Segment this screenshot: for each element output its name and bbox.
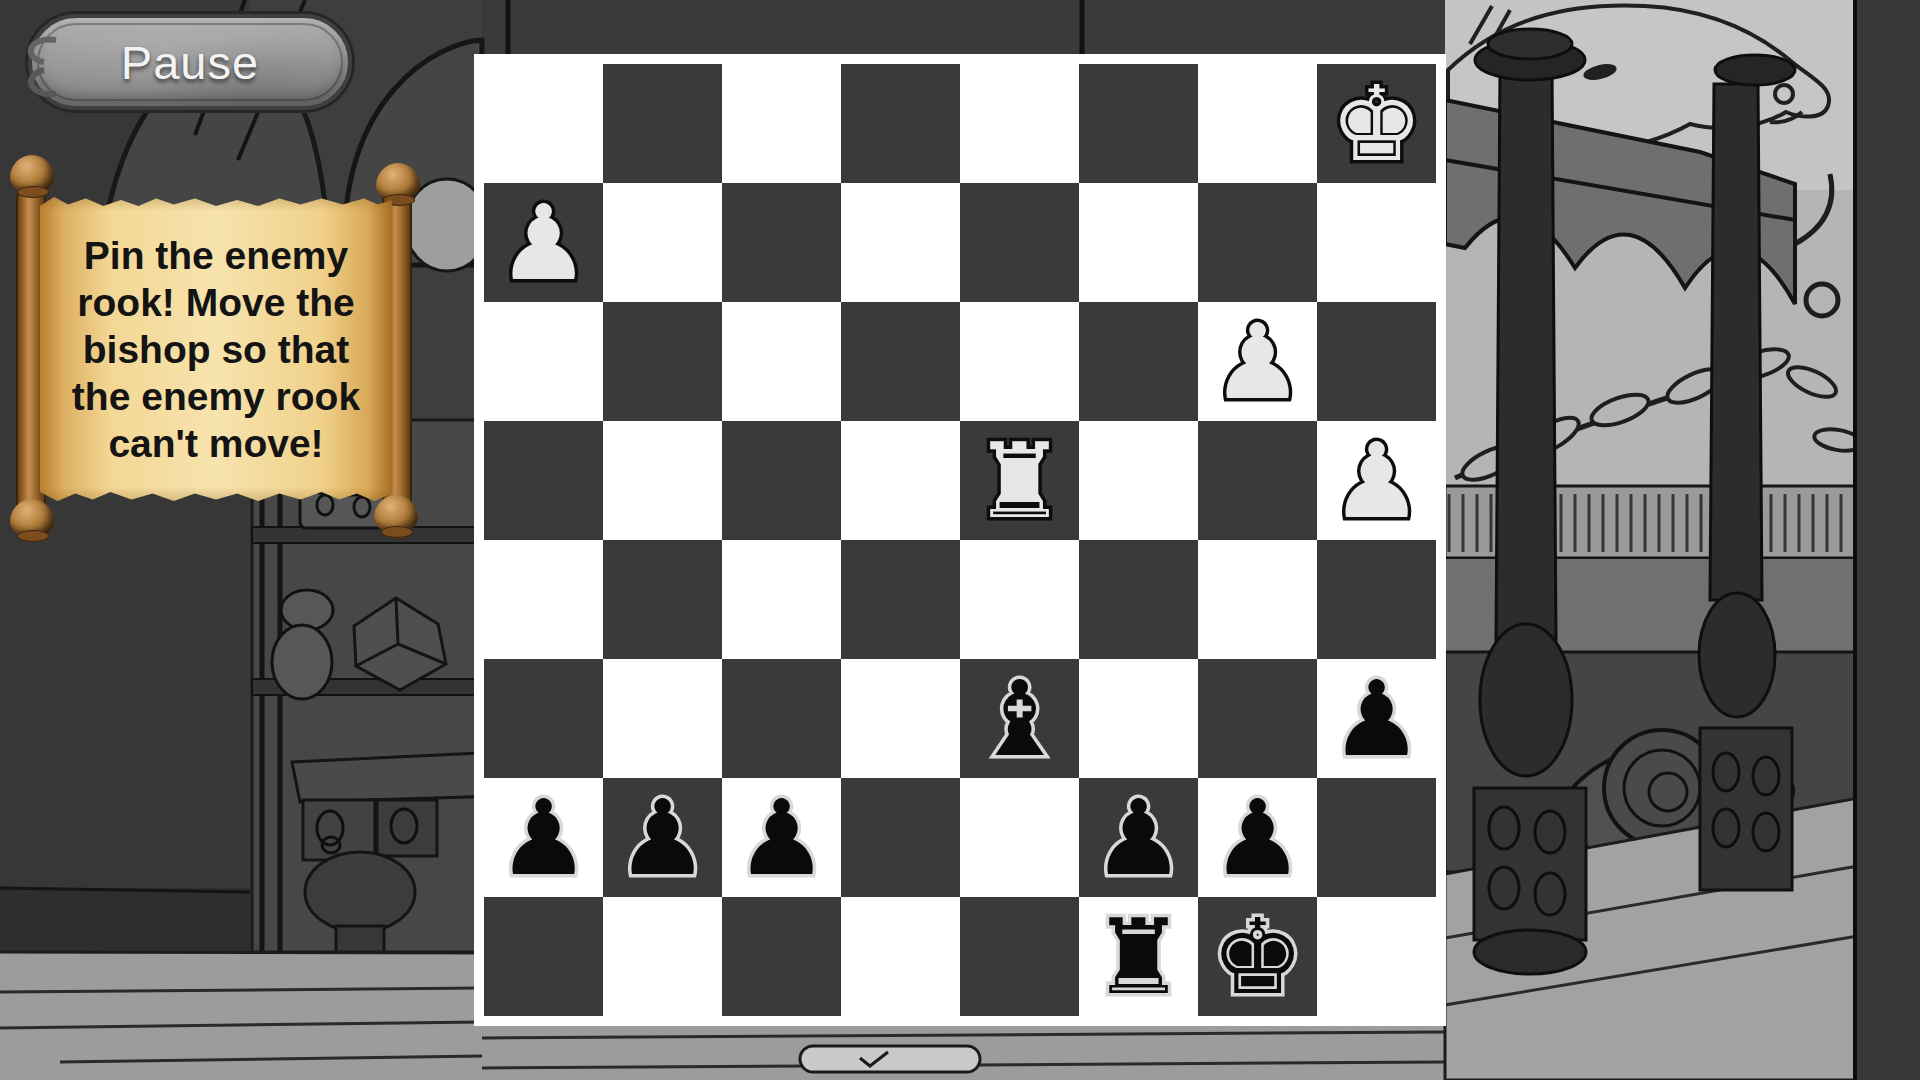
square-h1[interactable]	[1317, 897, 1436, 1016]
piece-black-pawn[interactable]: ♟	[497, 786, 590, 890]
quest-text-line: Pin the enemy	[48, 232, 384, 279]
game-screen: Pause Pin the enemy rook! Move the bisho…	[0, 0, 1920, 1080]
quest-text-panel: Pin the enemy rook! Move the bishop so t…	[40, 197, 392, 501]
square-e7[interactable]	[960, 183, 1079, 302]
pause-button-label: Pause	[121, 35, 259, 90]
square-g4[interactable]	[1198, 540, 1317, 659]
square-h5[interactable]: ♟	[1317, 421, 1436, 540]
square-f3[interactable]	[1079, 659, 1198, 778]
piece-black-pawn[interactable]: ♟	[616, 786, 709, 890]
piece-white-rook[interactable]: ♜	[973, 429, 1066, 533]
square-a2[interactable]: ♟	[484, 778, 603, 897]
square-a5[interactable]	[484, 421, 603, 540]
chess-board: ♚♟♟♜♟♝♟♟♟♟♟♟♜♚	[474, 54, 1446, 1026]
square-b2[interactable]: ♟	[603, 778, 722, 897]
square-f7[interactable]	[1079, 183, 1198, 302]
quest-text-line: bishop so that	[48, 326, 384, 373]
piece-black-pawn[interactable]: ♟	[1092, 786, 1185, 890]
square-h3[interactable]: ♟	[1317, 659, 1436, 778]
pause-button[interactable]: Pause	[28, 14, 352, 110]
square-f5[interactable]	[1079, 421, 1198, 540]
square-c4[interactable]	[722, 540, 841, 659]
piece-black-rook[interactable]: ♜	[1092, 905, 1185, 1009]
square-g2[interactable]: ♟	[1198, 778, 1317, 897]
square-h2[interactable]	[1317, 778, 1436, 897]
square-d2[interactable]	[841, 778, 960, 897]
square-e2[interactable]	[960, 778, 1079, 897]
square-c6[interactable]	[722, 302, 841, 421]
square-g8[interactable]	[1198, 64, 1317, 183]
square-g6[interactable]: ♟	[1198, 302, 1317, 421]
square-f4[interactable]	[1079, 540, 1198, 659]
square-a8[interactable]	[484, 64, 603, 183]
square-e8[interactable]	[960, 64, 1079, 183]
square-a1[interactable]	[484, 897, 603, 1016]
square-e4[interactable]	[960, 540, 1079, 659]
quest-text-line: rook! Move the	[48, 279, 384, 326]
chess-board-grid: ♚♟♟♜♟♝♟♟♟♟♟♟♜♚	[484, 64, 1436, 1016]
square-c5[interactable]	[722, 421, 841, 540]
piece-black-pawn[interactable]: ♟	[1330, 667, 1423, 771]
square-b1[interactable]	[603, 897, 722, 1016]
square-c3[interactable]	[722, 659, 841, 778]
scroll-knob-bottom-right	[374, 495, 418, 533]
square-e6[interactable]	[960, 302, 1079, 421]
quest-text-line: the enemy rook	[48, 373, 384, 420]
square-d4[interactable]	[841, 540, 960, 659]
square-c1[interactable]	[722, 897, 841, 1016]
square-g5[interactable]	[1198, 421, 1317, 540]
square-f2[interactable]: ♟	[1079, 778, 1198, 897]
square-d6[interactable]	[841, 302, 960, 421]
piece-white-pawn[interactable]: ♟	[1330, 429, 1423, 533]
piece-white-pawn[interactable]: ♟	[1211, 310, 1304, 414]
square-d8[interactable]	[841, 64, 960, 183]
square-e3[interactable]: ♝	[960, 659, 1079, 778]
square-g1[interactable]: ♚	[1198, 897, 1317, 1016]
piece-black-bishop[interactable]: ♝	[973, 667, 1066, 771]
square-c2[interactable]: ♟	[722, 778, 841, 897]
square-b5[interactable]	[603, 421, 722, 540]
piece-white-king[interactable]: ♚	[1330, 72, 1423, 176]
scroll-knob-top-left	[10, 155, 54, 193]
quest-scroll: Pin the enemy rook! Move the bishop so t…	[8, 155, 422, 547]
square-d3[interactable]	[841, 659, 960, 778]
square-f8[interactable]	[1079, 64, 1198, 183]
piece-black-king[interactable]: ♚	[1211, 905, 1304, 1009]
piece-black-pawn[interactable]: ♟	[1211, 786, 1304, 890]
square-a7[interactable]: ♟	[484, 183, 603, 302]
square-b8[interactable]	[603, 64, 722, 183]
square-e5[interactable]: ♜	[960, 421, 1079, 540]
piece-black-pawn[interactable]: ♟	[735, 786, 828, 890]
square-h8[interactable]: ♚	[1317, 64, 1436, 183]
square-c7[interactable]	[722, 183, 841, 302]
square-d1[interactable]	[841, 897, 960, 1016]
square-a3[interactable]	[484, 659, 603, 778]
square-g3[interactable]	[1198, 659, 1317, 778]
square-h4[interactable]	[1317, 540, 1436, 659]
square-b4[interactable]	[603, 540, 722, 659]
piece-white-pawn[interactable]: ♟	[497, 191, 590, 295]
square-g7[interactable]	[1198, 183, 1317, 302]
scroll-knob-bottom-left	[10, 499, 54, 537]
square-d5[interactable]	[841, 421, 960, 540]
square-b3[interactable]	[603, 659, 722, 778]
square-d7[interactable]	[841, 183, 960, 302]
button-flourish-icon	[16, 28, 62, 104]
square-f6[interactable]	[1079, 302, 1198, 421]
square-h7[interactable]	[1317, 183, 1436, 302]
square-b6[interactable]	[603, 302, 722, 421]
square-h6[interactable]	[1317, 302, 1436, 421]
square-e1[interactable]	[960, 897, 1079, 1016]
square-b7[interactable]	[603, 183, 722, 302]
square-a6[interactable]	[484, 302, 603, 421]
square-f1[interactable]: ♜	[1079, 897, 1198, 1016]
square-a4[interactable]	[484, 540, 603, 659]
scroll-knob-top-right	[376, 163, 420, 201]
quest-text-line: can't move!	[48, 420, 384, 467]
square-c8[interactable]	[722, 64, 841, 183]
